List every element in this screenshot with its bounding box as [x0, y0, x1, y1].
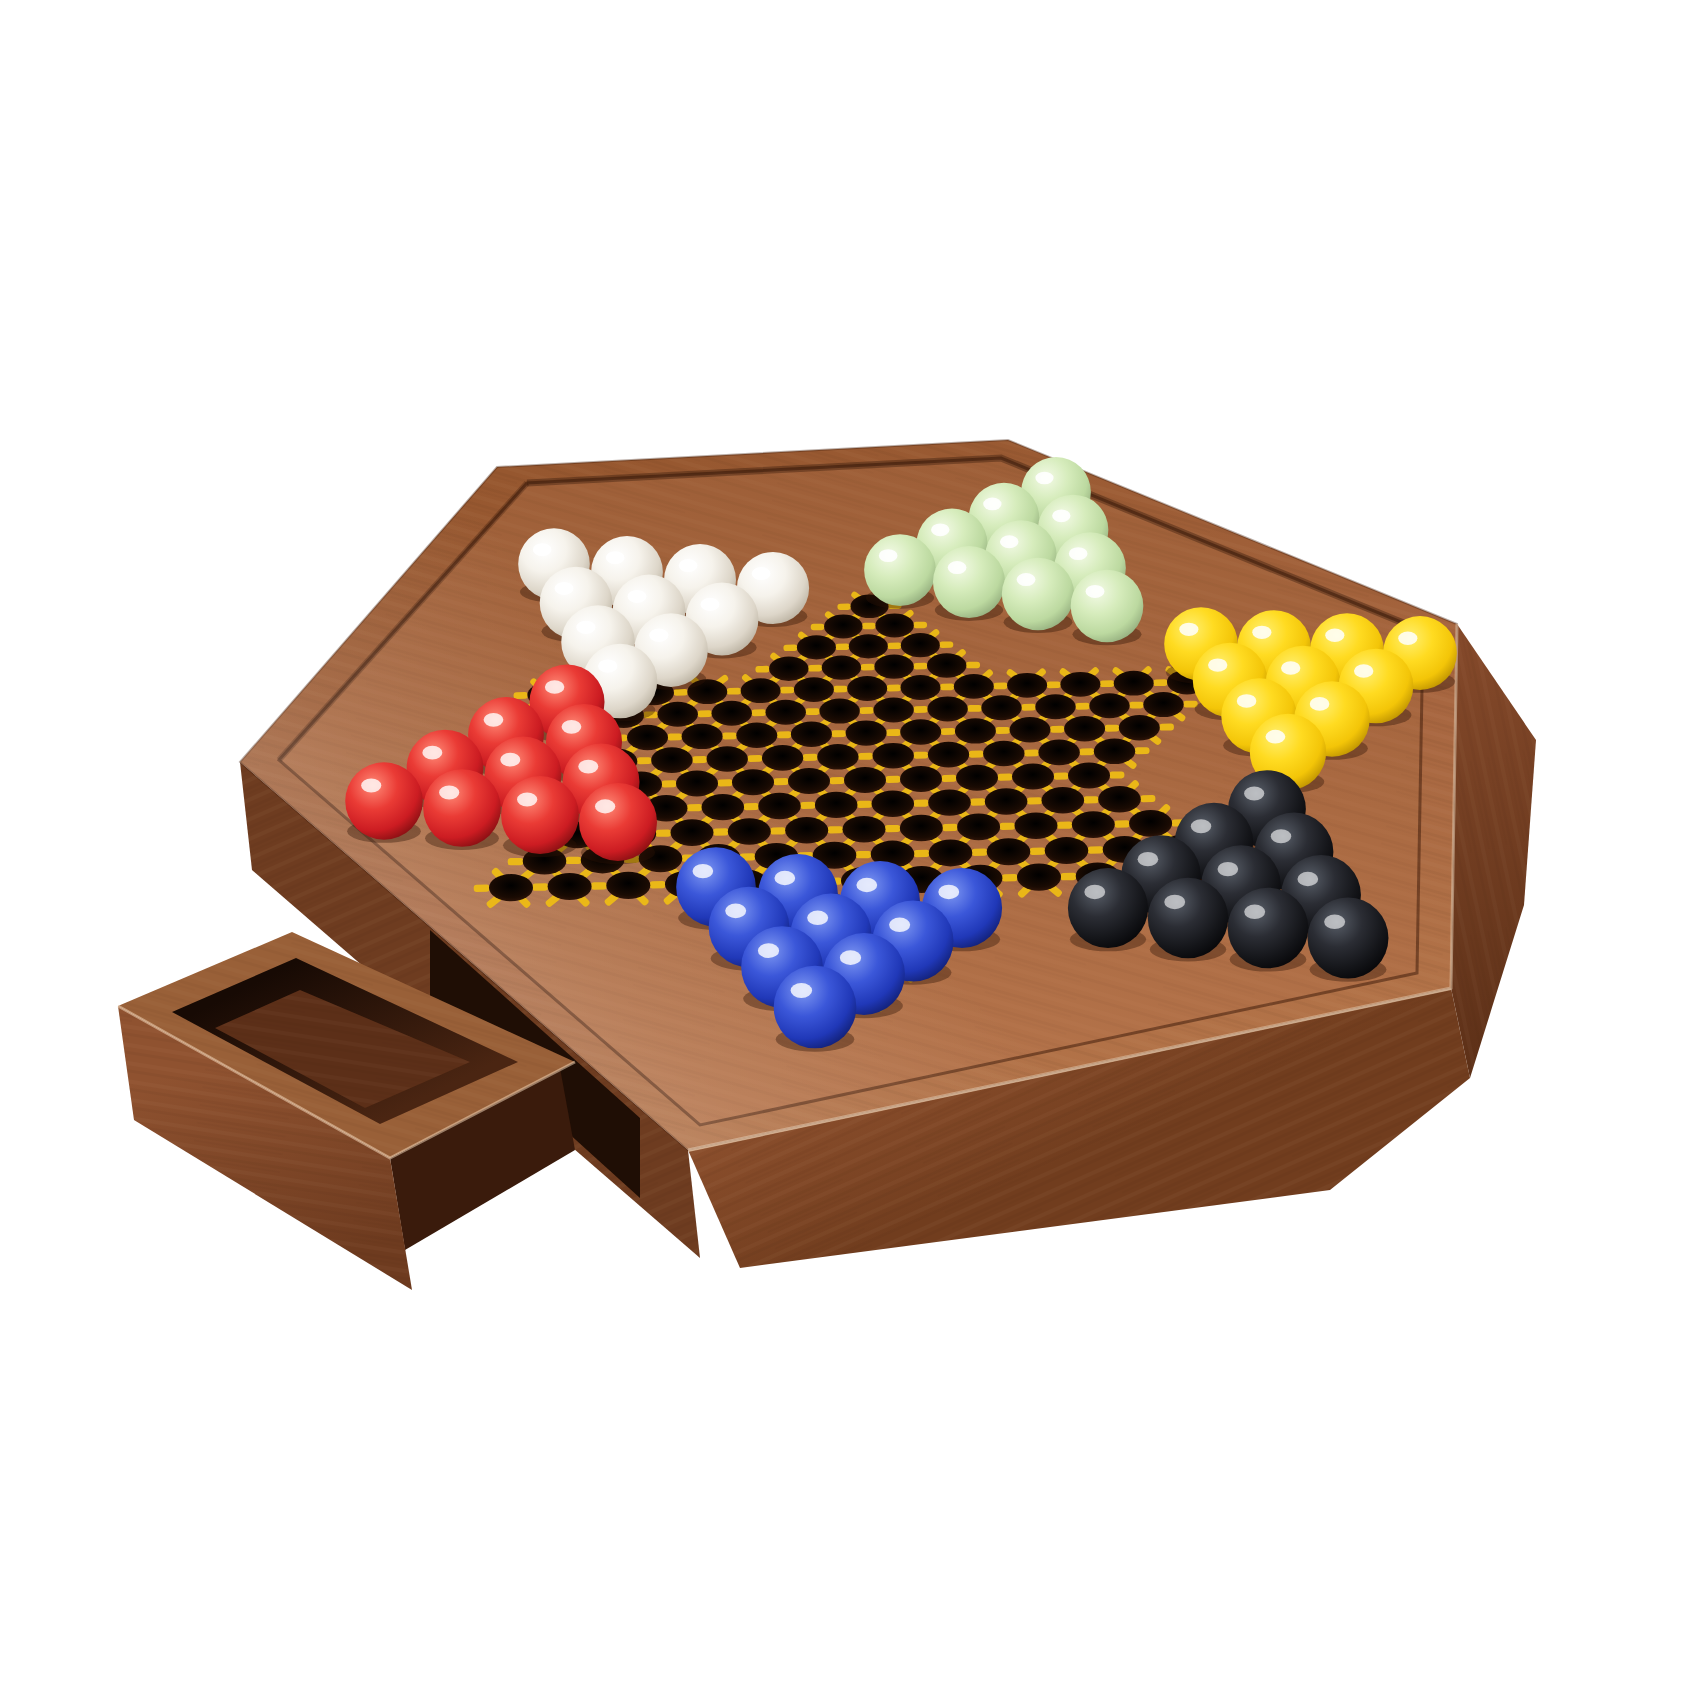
grid-dash	[755, 666, 769, 673]
board-hole-r9-c5[interactable]	[872, 791, 915, 817]
marble-specular-highlight	[1354, 664, 1373, 677]
board-hole-r7-c8[interactable]	[1038, 740, 1079, 766]
grid-dash	[1053, 772, 1068, 779]
board-hole-r9-c7[interactable]	[985, 788, 1028, 814]
board-hole-r10-c4[interactable]	[785, 817, 828, 844]
board-hole-r5-c10[interactable]	[1089, 693, 1129, 718]
marble-black-1[interactable]	[1068, 868, 1148, 951]
grid-dash	[913, 663, 927, 670]
grid-dash	[887, 642, 901, 649]
grid-dash	[941, 728, 956, 735]
marble-specular-highlight	[856, 878, 877, 892]
marble-specular-highlight	[576, 621, 595, 634]
marble-specular-highlight	[1325, 629, 1344, 642]
grid-dash	[967, 705, 982, 712]
marble-specular-highlight	[679, 559, 698, 572]
board-hole-r2-c0[interactable]	[797, 635, 836, 659]
board-hole-r7-c5[interactable]	[873, 743, 914, 769]
grid-dash	[1105, 725, 1120, 732]
board-hole-r5-c11[interactable]	[1143, 692, 1183, 717]
board-hole-r2-c2[interactable]	[901, 633, 940, 657]
grid-dash	[780, 687, 794, 694]
grid-dash	[805, 708, 820, 715]
board-hole-r6-c8[interactable]	[1010, 717, 1051, 742]
board-hole-r7-c4[interactable]	[817, 744, 858, 770]
board-hole-r5-c8[interactable]	[981, 695, 1021, 720]
board-hole-r6-c5[interactable]	[846, 720, 887, 745]
marble-body	[1071, 570, 1144, 643]
grid-dash	[859, 707, 874, 714]
board-hole-r1-c0[interactable]	[824, 615, 862, 639]
grid-dash	[1030, 847, 1046, 855]
board-hole-r10-c10[interactable]	[1129, 810, 1172, 837]
marble-specular-highlight	[361, 779, 381, 793]
board-hole-r10-c6[interactable]	[900, 815, 943, 842]
board-hole-r7-c2[interactable]	[707, 746, 748, 772]
grid-dash	[885, 776, 900, 783]
board-hole-r10-c2[interactable]	[671, 819, 714, 846]
board-hole-r4-c6[interactable]	[847, 676, 887, 701]
marble-specular-highlight	[649, 629, 668, 642]
board-hole-r8-c6[interactable]	[956, 765, 998, 791]
marble-blue-1[interactable]	[774, 966, 857, 1052]
board-hole-r6-c3[interactable]	[736, 723, 777, 748]
board-hole-r3-c3[interactable]	[927, 653, 966, 677]
marble-specular-highlight	[1310, 697, 1330, 711]
grid-dash	[1021, 704, 1036, 711]
grid-dash	[1100, 680, 1114, 687]
marble-red-3[interactable]	[423, 769, 501, 850]
board-hole-r8-c2[interactable]	[732, 769, 774, 795]
marble-specular-highlight	[533, 543, 552, 556]
marble-specular-highlight	[1252, 626, 1271, 639]
marble-specular-highlight	[807, 911, 828, 926]
board-hole-r6-c1[interactable]	[627, 725, 668, 750]
grid-dash	[997, 774, 1012, 781]
grid-dash	[837, 604, 851, 611]
grid-dash	[941, 775, 956, 782]
grid-dash	[995, 727, 1010, 734]
board-hole-r3-c2[interactable]	[874, 654, 913, 678]
marble-specular-highlight	[545, 680, 565, 694]
grid-dash	[1109, 771, 1124, 778]
board-hole-r7-c9[interactable]	[1094, 739, 1135, 765]
marble-body	[774, 966, 857, 1049]
grid-dash	[939, 641, 953, 648]
grid-dash	[687, 804, 702, 811]
marble-specular-highlight	[791, 983, 812, 998]
marble-specular-highlight	[1017, 573, 1036, 586]
grid-dash	[857, 801, 872, 808]
marble-specular-highlight	[1324, 915, 1345, 930]
marble-red-1[interactable]	[345, 762, 423, 843]
marble-green-3[interactable]	[933, 546, 1005, 621]
grid-dash	[833, 686, 847, 693]
marble-body	[501, 776, 579, 854]
board-hole-r5-c5[interactable]	[819, 699, 859, 724]
grid-dash	[942, 824, 957, 831]
grid-dash	[940, 683, 954, 690]
board-hole-r9-c4[interactable]	[815, 792, 858, 818]
grid-dash	[829, 777, 844, 784]
marble-specular-highlight	[1244, 786, 1264, 800]
grid-dash	[722, 732, 737, 739]
grid-dash	[913, 752, 928, 759]
marble-black-10[interactable]	[1308, 898, 1389, 982]
grid-dash	[913, 800, 928, 807]
marble-specular-highlight	[1237, 694, 1257, 708]
marble-specular-highlight	[1086, 585, 1105, 598]
grid-dash	[667, 733, 682, 740]
board-hole-r4-c4[interactable]	[741, 678, 781, 703]
marble-body	[1308, 898, 1389, 979]
board-hole-r5-c2[interactable]	[658, 702, 698, 727]
marble-specular-highlight	[578, 760, 598, 774]
board-hole-r6-c9[interactable]	[1064, 716, 1105, 741]
grid-dash	[972, 849, 988, 857]
marble-specular-highlight	[1271, 829, 1291, 843]
grid-dash	[532, 883, 548, 891]
board-hole-r3-c1[interactable]	[822, 655, 861, 679]
board-hole-r12-c0[interactable]	[489, 874, 533, 901]
board-hole-r8-c3[interactable]	[788, 768, 830, 794]
grid-dash	[885, 825, 900, 832]
marble-specular-highlight	[1191, 819, 1211, 833]
grid-dash	[966, 662, 980, 669]
marble-green-6[interactable]	[1002, 558, 1074, 633]
board-hole-r4-c5[interactable]	[794, 677, 834, 702]
board-hole-r4-c8[interactable]	[954, 674, 994, 699]
board-hole-r4-c7[interactable]	[901, 675, 941, 700]
board-hole-r8-c5[interactable]	[900, 766, 942, 792]
grid-dash	[811, 624, 825, 631]
marble-specular-highlight	[628, 590, 647, 603]
marble-specular-highlight	[889, 918, 910, 933]
marble-black-6[interactable]	[1228, 888, 1309, 972]
grid-dash	[661, 780, 676, 787]
board-hole-r6-c10[interactable]	[1119, 715, 1160, 740]
marble-specular-highlight	[1297, 872, 1318, 886]
marble-specular-highlight	[948, 561, 967, 574]
board-hole-r4-c9[interactable]	[1007, 673, 1047, 698]
grid-dash	[751, 709, 766, 716]
marble-body	[864, 534, 936, 606]
board-hole-r10-c8[interactable]	[1015, 812, 1058, 839]
grid-dash	[1024, 749, 1039, 756]
marble-specular-highlight	[1218, 862, 1239, 876]
grid-dash	[747, 755, 762, 762]
board-hole-r8-c7[interactable]	[1012, 764, 1054, 790]
marble-body	[423, 769, 501, 847]
grid-dash	[835, 643, 849, 650]
grid-dash	[474, 884, 490, 892]
grid-dash	[913, 706, 928, 713]
marble-specular-highlight	[758, 943, 779, 958]
grid-dash	[808, 665, 822, 672]
marble-specular-highlight	[598, 659, 617, 672]
grid-dash	[692, 756, 707, 763]
marble-specular-highlight	[692, 864, 713, 878]
board-hole-r6-c4[interactable]	[791, 722, 832, 747]
grid-dash	[856, 851, 872, 859]
grid-dash	[828, 826, 843, 833]
grid-dash	[1114, 820, 1129, 827]
board-hole-r8-c8[interactable]	[1068, 763, 1110, 789]
board-hole-r10-c5[interactable]	[843, 816, 886, 843]
marble-specular-highlight	[606, 551, 625, 564]
board-hole-r11-c8[interactable]	[987, 838, 1031, 865]
product-photo-stage	[0, 0, 1701, 1701]
marble-body	[1068, 868, 1148, 948]
grid-dash	[566, 857, 582, 865]
marble-specular-highlight	[439, 785, 459, 799]
board-hole-r11-c9[interactable]	[1045, 837, 1089, 864]
grid-dash	[591, 882, 607, 890]
grid-dash	[650, 881, 666, 889]
marble-specular-highlight	[1000, 535, 1019, 548]
grid-dash	[727, 688, 741, 695]
grid-dash	[1002, 874, 1018, 882]
marble-specular-highlight	[725, 904, 746, 919]
board-hole-r3-c0[interactable]	[769, 657, 808, 681]
board-hole-r8-c1[interactable]	[676, 770, 718, 796]
grid-dash	[1050, 726, 1065, 733]
marble-green-1[interactable]	[864, 534, 936, 609]
grid-dash	[1000, 823, 1015, 830]
grid-dash	[713, 828, 728, 835]
grid-dash	[1153, 679, 1167, 686]
board-hole-r9-c3[interactable]	[758, 793, 801, 819]
grid-dash	[1129, 702, 1144, 709]
grid-dash	[1088, 846, 1104, 854]
board-hole-r10-c7[interactable]	[957, 814, 1000, 841]
marble-specular-highlight	[595, 799, 615, 813]
marble-body	[1148, 878, 1228, 958]
grid-dash	[770, 827, 785, 834]
grid-dash	[656, 829, 671, 836]
grid-dash	[914, 850, 930, 858]
board-hole-r5-c9[interactable]	[1035, 694, 1075, 719]
grid-dash	[800, 802, 815, 809]
marble-specular-highlight	[500, 753, 520, 767]
marble-body	[579, 783, 657, 861]
marble-body	[1002, 558, 1074, 630]
grid-dash	[513, 692, 527, 699]
marble-specular-highlight	[700, 598, 719, 611]
board-hole-r11-c7[interactable]	[929, 839, 973, 866]
grid-dash	[970, 798, 985, 805]
marble-specular-highlight	[422, 746, 442, 760]
marble-specular-highlight	[1398, 632, 1417, 645]
grid-dash	[1060, 873, 1076, 881]
marble-green-10[interactable]	[1071, 570, 1144, 646]
marble-specular-highlight	[1069, 547, 1088, 560]
grid-dash	[717, 779, 732, 786]
grid-dash	[1027, 797, 1042, 804]
board-hole-r12-c9[interactable]	[1017, 864, 1061, 891]
board-hole-r4-c11[interactable]	[1114, 671, 1154, 696]
marble-specular-highlight	[1244, 905, 1265, 920]
grid-dash	[777, 731, 792, 738]
board-hole-r4-c10[interactable]	[1060, 672, 1100, 697]
marble-specular-highlight	[1164, 895, 1185, 909]
grid-dash	[697, 710, 712, 717]
marble-specular-highlight	[1084, 885, 1105, 899]
marble-specular-highlight	[840, 950, 861, 965]
grid-dash	[862, 623, 876, 630]
grid-dash	[913, 622, 927, 629]
board-hole-r12-c2[interactable]	[606, 872, 650, 899]
board-hole-r6-c2[interactable]	[682, 724, 723, 749]
board-hole-r7-c6[interactable]	[928, 742, 969, 768]
grid-dash	[783, 644, 797, 651]
marble-specular-highlight	[1179, 623, 1198, 636]
board-hole-r6-c7[interactable]	[955, 718, 996, 743]
board-hole-r5-c3[interactable]	[712, 701, 752, 726]
board-hole-r10-c9[interactable]	[1072, 811, 1115, 838]
grid-dash	[508, 858, 524, 866]
marble-specular-highlight	[1208, 658, 1227, 671]
board-hole-r7-c3[interactable]	[762, 745, 803, 771]
board-hole-r5-c6[interactable]	[873, 698, 913, 723]
board-right-side-grain	[1451, 624, 1536, 1078]
marble-red-6[interactable]	[501, 776, 579, 857]
board-hole-r1-c1[interactable]	[875, 614, 913, 638]
marble-specular-highlight	[484, 713, 504, 727]
marble-specular-highlight	[1281, 661, 1300, 674]
grid-dash	[1046, 681, 1060, 688]
marble-specular-highlight	[562, 720, 582, 734]
grid-dash	[1083, 796, 1098, 803]
marble-specular-highlight	[983, 498, 1001, 511]
grid-dash	[831, 730, 846, 737]
board-hole-r9-c6[interactable]	[928, 789, 971, 815]
grid-dash	[1075, 703, 1090, 710]
grid-dash	[1159, 724, 1174, 731]
board-hole-r6-c6[interactable]	[900, 719, 941, 744]
marble-specular-highlight	[517, 792, 537, 806]
marble-red-10[interactable]	[579, 783, 657, 864]
grid-dash	[1135, 747, 1150, 754]
marble-body	[345, 762, 423, 840]
grid-dash	[673, 689, 687, 696]
grid-dash	[1057, 821, 1072, 828]
grid-dash	[744, 803, 759, 810]
marble-body	[1228, 888, 1309, 969]
board-hole-r9-c9[interactable]	[1098, 786, 1141, 812]
board-hole-r12-c1[interactable]	[548, 873, 592, 900]
marble-specular-highlight	[1035, 472, 1053, 485]
marble-specular-highlight	[879, 549, 898, 562]
marble-specular-highlight	[931, 523, 949, 536]
grid-dash	[969, 751, 984, 758]
marble-specular-highlight	[555, 582, 574, 595]
marble-black-3[interactable]	[1148, 878, 1228, 962]
board-hole-r5-c4[interactable]	[766, 700, 806, 725]
grid-dash	[1140, 795, 1155, 802]
grid-dash	[773, 778, 788, 785]
marble-specular-highlight	[1052, 509, 1070, 522]
grid-dash	[858, 753, 873, 760]
grid-dash	[803, 754, 818, 761]
board-hole-r9-c2[interactable]	[702, 794, 745, 820]
marble-specular-highlight	[1265, 730, 1285, 744]
marble-specular-highlight	[752, 567, 771, 580]
board-hole-r8-c4[interactable]	[844, 767, 886, 793]
grid-dash	[637, 757, 652, 764]
grid-dash	[861, 664, 875, 671]
board-hole-r10-c3[interactable]	[728, 818, 771, 845]
marble-specular-highlight	[938, 885, 959, 899]
board-hole-r5-c7[interactable]	[927, 696, 967, 721]
board-hole-r9-c8[interactable]	[1042, 787, 1085, 813]
grid-dash	[1079, 748, 1094, 755]
marble-body	[933, 546, 1005, 618]
marble-specular-highlight	[774, 871, 795, 885]
grid-dash	[886, 729, 901, 736]
marble-specular-highlight	[1138, 852, 1159, 866]
grid-dash	[993, 682, 1007, 689]
chinese-checkers-scene	[0, 0, 1701, 1701]
board-hole-r2-c1[interactable]	[849, 634, 888, 658]
board-hole-r7-c7[interactable]	[983, 741, 1024, 767]
board-hole-r7-c1[interactable]	[651, 747, 692, 773]
grid-dash	[887, 685, 901, 692]
